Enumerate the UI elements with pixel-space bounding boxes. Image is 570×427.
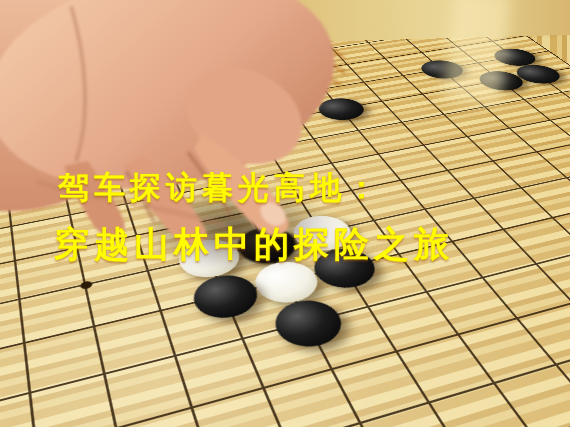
go-board-photo: 驾车探访暮光高地： 穿越山林中的探险之旅 [0, 0, 570, 427]
caption-line-2: 穿越山林中的探险之旅 [54, 226, 454, 261]
wood-highlight-band [442, 0, 511, 105]
caption-line-1: 驾车探访暮光高地： [58, 172, 382, 203]
